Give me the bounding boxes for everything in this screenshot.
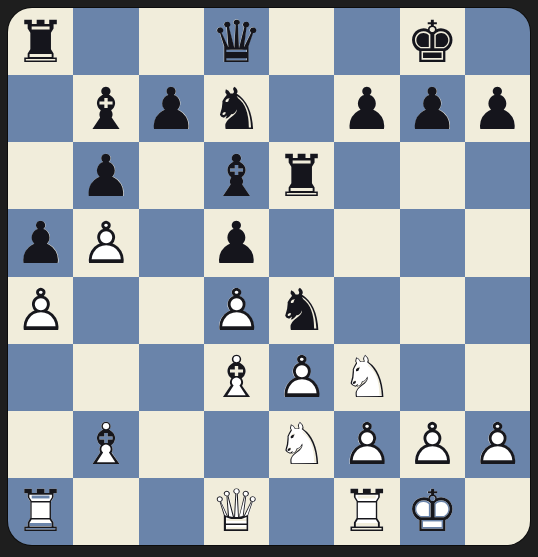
piece-black-knight[interactable]: ♘♞ — [204, 75, 269, 142]
square-e8[interactable] — [269, 8, 334, 75]
piece-glyph-base: ♙ — [465, 75, 530, 142]
square-b2[interactable]: ♝♗ — [73, 411, 138, 478]
square-c6[interactable] — [139, 142, 204, 209]
square-e5[interactable] — [269, 209, 334, 276]
piece-glyph-top: ♟ — [8, 209, 73, 276]
piece-glyph-base: ♙ — [400, 75, 465, 142]
piece-glyph-top: ♙ — [204, 277, 269, 344]
piece-glyph-top: ♘ — [269, 411, 334, 478]
piece-glyph-base: ♖ — [269, 142, 334, 209]
piece-black-king[interactable]: ♔♚ — [400, 8, 465, 75]
piece-glyph-base: ♞ — [334, 344, 399, 411]
square-a3[interactable] — [8, 344, 73, 411]
square-c3[interactable] — [139, 344, 204, 411]
piece-white-pawn[interactable]: ♟♙ — [8, 277, 73, 344]
piece-glyph-top: ♙ — [269, 344, 334, 411]
square-f3[interactable]: ♞♘ — [334, 344, 399, 411]
square-h6[interactable] — [465, 142, 530, 209]
square-d1[interactable]: ♛♕ — [204, 478, 269, 545]
square-a1[interactable]: ♜♖ — [8, 478, 73, 545]
piece-glyph-top: ♙ — [400, 411, 465, 478]
square-a5[interactable]: ♙♟ — [8, 209, 73, 276]
piece-white-bishop[interactable]: ♝♗ — [204, 344, 269, 411]
piece-black-pawn[interactable]: ♙♟ — [139, 75, 204, 142]
piece-glyph-top: ♛ — [204, 8, 269, 75]
piece-glyph-base: ♝ — [73, 411, 138, 478]
piece-black-pawn[interactable]: ♙♟ — [465, 75, 530, 142]
square-f5[interactable] — [334, 209, 399, 276]
piece-glyph-base: ♟ — [269, 344, 334, 411]
square-d8[interactable]: ♕♛ — [204, 8, 269, 75]
square-c8[interactable] — [139, 8, 204, 75]
piece-white-rook[interactable]: ♜♖ — [8, 478, 73, 545]
square-c1[interactable] — [139, 478, 204, 545]
square-h2[interactable]: ♟♙ — [465, 411, 530, 478]
square-f6[interactable] — [334, 142, 399, 209]
piece-glyph-top: ♙ — [8, 277, 73, 344]
square-h5[interactable] — [465, 209, 530, 276]
piece-glyph-top: ♗ — [204, 344, 269, 411]
square-g8[interactable]: ♔♚ — [400, 8, 465, 75]
square-g4[interactable] — [400, 277, 465, 344]
square-g3[interactable] — [400, 344, 465, 411]
piece-black-rook[interactable]: ♖♜ — [8, 8, 73, 75]
piece-glyph-base: ♘ — [204, 75, 269, 142]
square-e3[interactable]: ♟♙ — [269, 344, 334, 411]
chess-board: ♖♜♕♛♔♚♗♝♙♟♘♞♙♟♙♟♙♟♙♟♗♝♖♜♙♟♟♙♙♟♟♙♟♙♘♞♝♗♟♙… — [8, 8, 530, 545]
piece-glyph-base: ♟ — [334, 411, 399, 478]
piece-glyph-base: ♙ — [73, 142, 138, 209]
square-f2[interactable]: ♟♙ — [334, 411, 399, 478]
square-h4[interactable] — [465, 277, 530, 344]
piece-glyph-top: ♖ — [334, 478, 399, 545]
square-h8[interactable] — [465, 8, 530, 75]
piece-glyph-base: ♙ — [334, 75, 399, 142]
square-b4[interactable] — [73, 277, 138, 344]
square-e1[interactable] — [269, 478, 334, 545]
piece-glyph-base: ♜ — [8, 478, 73, 545]
piece-glyph-top: ♔ — [400, 478, 465, 545]
piece-white-pawn[interactable]: ♟♙ — [334, 411, 399, 478]
piece-white-king[interactable]: ♚♔ — [400, 478, 465, 545]
square-a4[interactable]: ♟♙ — [8, 277, 73, 344]
app-background: ♖♜♕♛♔♚♗♝♙♟♘♞♙♟♙♟♙♟♙♟♗♝♖♜♙♟♟♙♙♟♟♙♟♙♘♞♝♗♟♙… — [0, 0, 538, 557]
square-h1[interactable] — [465, 478, 530, 545]
piece-glyph-top: ♝ — [73, 75, 138, 142]
piece-glyph-top: ♜ — [269, 142, 334, 209]
square-e2[interactable]: ♞♘ — [269, 411, 334, 478]
piece-glyph-top: ♜ — [8, 8, 73, 75]
piece-glyph-base: ♜ — [334, 478, 399, 545]
square-h3[interactable] — [465, 344, 530, 411]
piece-glyph-top: ♞ — [204, 75, 269, 142]
piece-black-bishop[interactable]: ♗♝ — [204, 142, 269, 209]
piece-white-queen[interactable]: ♛♕ — [204, 478, 269, 545]
piece-glyph-top: ♙ — [465, 411, 530, 478]
square-g2[interactable]: ♟♙ — [400, 411, 465, 478]
piece-glyph-base: ♗ — [73, 75, 138, 142]
square-c5[interactable] — [139, 209, 204, 276]
piece-glyph-top: ♟ — [204, 209, 269, 276]
piece-glyph-base: ♛ — [204, 478, 269, 545]
square-b8[interactable] — [73, 8, 138, 75]
piece-glyph-base: ♞ — [269, 411, 334, 478]
square-e7[interactable] — [269, 75, 334, 142]
piece-glyph-top: ♟ — [334, 75, 399, 142]
square-b5[interactable]: ♟♙ — [73, 209, 138, 276]
piece-glyph-base: ♟ — [465, 411, 530, 478]
piece-glyph-top: ♞ — [269, 277, 334, 344]
square-f1[interactable]: ♜♖ — [334, 478, 399, 545]
piece-black-rook[interactable]: ♖♜ — [269, 142, 334, 209]
piece-glyph-top: ♟ — [73, 142, 138, 209]
piece-black-pawn[interactable]: ♙♟ — [334, 75, 399, 142]
square-g6[interactable] — [400, 142, 465, 209]
square-b6[interactable]: ♙♟ — [73, 142, 138, 209]
square-a6[interactable] — [8, 142, 73, 209]
square-d7[interactable]: ♘♞ — [204, 75, 269, 142]
square-e4[interactable]: ♘♞ — [269, 277, 334, 344]
piece-white-pawn[interactable]: ♟♙ — [269, 344, 334, 411]
piece-glyph-top: ♗ — [73, 411, 138, 478]
piece-glyph-top: ♟ — [400, 75, 465, 142]
square-h7[interactable]: ♙♟ — [465, 75, 530, 142]
piece-white-pawn[interactable]: ♟♙ — [204, 277, 269, 344]
piece-black-knight[interactable]: ♘♞ — [269, 277, 334, 344]
square-a2[interactable] — [8, 411, 73, 478]
piece-glyph-base: ♖ — [8, 8, 73, 75]
piece-glyph-base: ♙ — [204, 209, 269, 276]
piece-glyph-base: ♟ — [8, 277, 73, 344]
piece-glyph-top: ♝ — [204, 142, 269, 209]
piece-glyph-top: ♚ — [400, 8, 465, 75]
piece-white-knight[interactable]: ♞♘ — [334, 344, 399, 411]
piece-white-pawn[interactable]: ♟♙ — [73, 209, 138, 276]
piece-black-pawn[interactable]: ♙♟ — [400, 75, 465, 142]
square-c2[interactable] — [139, 411, 204, 478]
square-g1[interactable]: ♚♔ — [400, 478, 465, 545]
piece-glyph-top: ♕ — [204, 478, 269, 545]
square-f4[interactable] — [334, 277, 399, 344]
piece-black-queen[interactable]: ♕♛ — [204, 8, 269, 75]
piece-glyph-top: ♟ — [465, 75, 530, 142]
piece-glyph-base: ♚ — [400, 478, 465, 545]
piece-white-knight[interactable]: ♞♘ — [269, 411, 334, 478]
piece-glyph-base: ♗ — [204, 142, 269, 209]
piece-black-pawn[interactable]: ♙♟ — [8, 209, 73, 276]
piece-glyph-top: ♖ — [8, 478, 73, 545]
square-d2[interactable] — [204, 411, 269, 478]
piece-black-pawn[interactable]: ♙♟ — [204, 209, 269, 276]
piece-white-rook[interactable]: ♜♖ — [334, 478, 399, 545]
piece-glyph-base: ♟ — [204, 277, 269, 344]
square-b7[interactable]: ♗♝ — [73, 75, 138, 142]
piece-glyph-base: ♔ — [400, 8, 465, 75]
square-g5[interactable] — [400, 209, 465, 276]
piece-glyph-top: ♙ — [334, 411, 399, 478]
square-d6[interactable]: ♗♝ — [204, 142, 269, 209]
piece-black-bishop[interactable]: ♗♝ — [73, 75, 138, 142]
square-c7[interactable]: ♙♟ — [139, 75, 204, 142]
piece-white-pawn[interactable]: ♟♙ — [400, 411, 465, 478]
square-d5[interactable]: ♙♟ — [204, 209, 269, 276]
square-d3[interactable]: ♝♗ — [204, 344, 269, 411]
square-g7[interactable]: ♙♟ — [400, 75, 465, 142]
square-a8[interactable]: ♖♜ — [8, 8, 73, 75]
piece-glyph-top: ♘ — [334, 344, 399, 411]
square-f8[interactable] — [334, 8, 399, 75]
piece-glyph-top: ♙ — [73, 209, 138, 276]
piece-glyph-base: ♟ — [73, 209, 138, 276]
square-e6[interactable]: ♖♜ — [269, 142, 334, 209]
square-b1[interactable] — [73, 478, 138, 545]
piece-glyph-base: ♘ — [269, 277, 334, 344]
square-d4[interactable]: ♟♙ — [204, 277, 269, 344]
piece-glyph-base: ♙ — [139, 75, 204, 142]
piece-glyph-base: ♝ — [204, 344, 269, 411]
piece-white-pawn[interactable]: ♟♙ — [465, 411, 530, 478]
piece-glyph-base: ♙ — [8, 209, 73, 276]
piece-black-pawn[interactable]: ♙♟ — [73, 142, 138, 209]
piece-glyph-top: ♟ — [139, 75, 204, 142]
square-a7[interactable] — [8, 75, 73, 142]
piece-white-bishop[interactable]: ♝♗ — [73, 411, 138, 478]
square-f7[interactable]: ♙♟ — [334, 75, 399, 142]
square-b3[interactable] — [73, 344, 138, 411]
square-c4[interactable] — [139, 277, 204, 344]
piece-glyph-base: ♕ — [204, 8, 269, 75]
piece-glyph-base: ♟ — [400, 411, 465, 478]
